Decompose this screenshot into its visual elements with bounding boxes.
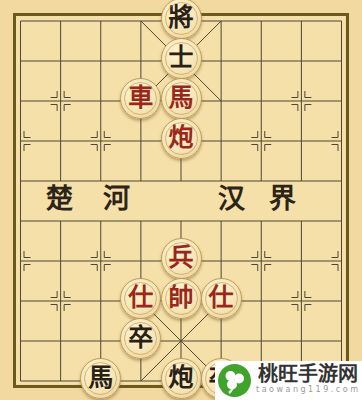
piece-black-cannon[interactable]: 炮: [161, 358, 202, 399]
piece-glyph: 馬: [168, 85, 193, 110]
piece-glyph: 帥: [168, 285, 193, 310]
piece-glyph: 炮: [168, 365, 193, 390]
piece-red-advisor[interactable]: 仕: [201, 278, 242, 319]
watermark[interactable]: 桃旺手游网 taowang119.com: [215, 361, 362, 400]
piece-red-horse[interactable]: 馬: [161, 78, 202, 119]
piece-glyph: 仕: [209, 285, 234, 310]
piece-red-chariot[interactable]: 車: [120, 78, 161, 119]
piece-glyph: 卒: [128, 325, 153, 350]
xiangqi-board[interactable]: 楚河 汉界 將士車馬炮兵仕帥仕卒馬炮卒 桃旺手游网 taowang119.com: [0, 0, 362, 400]
piece-glyph: 車: [128, 85, 153, 110]
piece-black-advisor[interactable]: 士: [161, 38, 202, 79]
piece-glyph: 兵: [168, 245, 193, 270]
piece-black-general[interactable]: 將: [161, 0, 202, 39]
piece-glyph: 馬: [88, 365, 113, 390]
piece-glyph: 士: [168, 45, 193, 70]
piece-red-general[interactable]: 帥: [161, 278, 202, 319]
piece-glyph: 將: [168, 5, 193, 30]
piece-red-cannon[interactable]: 炮: [161, 118, 202, 159]
river-label-right: 汉界: [218, 185, 320, 212]
piece-red-soldier[interactable]: 兵: [161, 238, 202, 279]
piece-black-soldier[interactable]: 卒: [120, 318, 161, 359]
piece-black-horse[interactable]: 馬: [80, 358, 121, 399]
river-label-left: 楚河: [46, 185, 160, 212]
watermark-site-url: taowang119.com: [256, 386, 360, 394]
clover-icon: [218, 364, 251, 397]
watermark-site-name: 桃旺手游网: [256, 362, 360, 386]
piece-glyph: 炮: [168, 125, 193, 150]
piece-glyph: 仕: [128, 285, 153, 310]
piece-red-advisor[interactable]: 仕: [120, 278, 161, 319]
